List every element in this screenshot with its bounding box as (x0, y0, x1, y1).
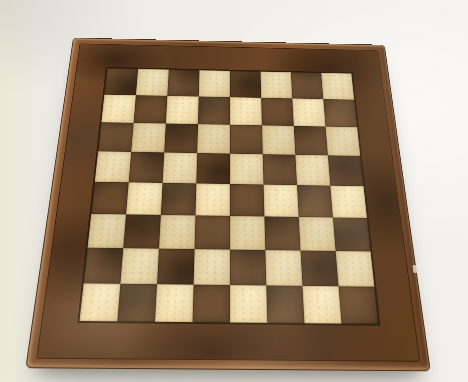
square-d4[interactable] (195, 183, 230, 215)
square-e5[interactable] (230, 154, 264, 185)
board-tilt (25, 38, 430, 372)
square-h4[interactable] (330, 186, 367, 218)
square-c1[interactable] (155, 284, 194, 322)
square-d6[interactable] (197, 124, 230, 154)
square-d7[interactable] (198, 97, 230, 125)
square-a2[interactable] (84, 248, 124, 284)
square-h5[interactable] (328, 155, 364, 186)
square-b1[interactable] (117, 284, 157, 322)
board-perspective-wrapper (54, 1, 407, 367)
square-f7[interactable] (261, 98, 294, 126)
square-c6[interactable] (164, 123, 198, 153)
frame-edge-chip (412, 265, 417, 273)
square-b8[interactable] (136, 69, 169, 96)
square-f4[interactable] (264, 185, 299, 217)
square-f6[interactable] (262, 125, 295, 154)
square-e2[interactable] (230, 250, 266, 286)
board-frame (36, 43, 420, 361)
square-a7[interactable] (101, 95, 136, 123)
square-d3[interactable] (195, 215, 230, 249)
square-c3[interactable] (159, 215, 195, 249)
square-g3[interactable] (299, 217, 336, 251)
square-d1[interactable] (193, 285, 230, 323)
photo-background (0, 0, 468, 382)
chess-board (25, 38, 430, 372)
square-e4[interactable] (230, 184, 264, 216)
square-h6[interactable] (326, 127, 361, 156)
square-c2[interactable] (157, 249, 195, 285)
square-g6[interactable] (294, 126, 328, 155)
square-a1[interactable] (79, 283, 120, 321)
square-b5[interactable] (129, 152, 165, 183)
square-b7[interactable] (134, 95, 168, 123)
square-e6[interactable] (230, 125, 263, 154)
square-a8[interactable] (104, 68, 138, 95)
square-f8[interactable] (260, 72, 292, 99)
square-h1[interactable] (338, 286, 378, 324)
square-a4[interactable] (91, 182, 128, 215)
board-grid (77, 67, 380, 326)
square-b2[interactable] (120, 248, 159, 284)
square-a5[interactable] (95, 151, 131, 182)
square-g8[interactable] (291, 72, 323, 99)
square-g7[interactable] (292, 98, 325, 126)
square-e7[interactable] (230, 97, 262, 125)
square-b6[interactable] (131, 123, 166, 153)
square-g4[interactable] (297, 185, 333, 217)
square-f3[interactable] (264, 216, 300, 250)
board-scene (54, 1, 407, 367)
square-f2[interactable] (265, 250, 302, 286)
square-b4[interactable] (126, 182, 163, 215)
square-c7[interactable] (166, 96, 199, 124)
square-h8[interactable] (321, 73, 354, 100)
square-a3[interactable] (88, 214, 127, 248)
square-f5[interactable] (263, 154, 297, 185)
square-f1[interactable] (266, 285, 304, 323)
square-e1[interactable] (230, 285, 267, 323)
square-h7[interactable] (323, 99, 357, 127)
square-d2[interactable] (194, 249, 230, 285)
square-c5[interactable] (163, 152, 198, 183)
square-a6[interactable] (98, 122, 134, 152)
square-b3[interactable] (123, 214, 161, 248)
square-g1[interactable] (302, 286, 341, 324)
square-g2[interactable] (301, 251, 339, 287)
square-d8[interactable] (199, 70, 230, 97)
square-e8[interactable] (230, 71, 261, 98)
square-c8[interactable] (167, 70, 199, 97)
square-g5[interactable] (295, 155, 330, 186)
square-d5[interactable] (196, 153, 230, 184)
square-h3[interactable] (333, 217, 371, 251)
square-e3[interactable] (230, 216, 265, 250)
square-h2[interactable] (336, 251, 375, 287)
square-c4[interactable] (161, 183, 197, 216)
